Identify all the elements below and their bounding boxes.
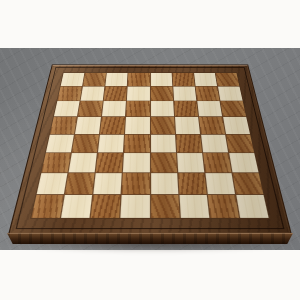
square-c3 xyxy=(96,153,123,172)
board-frame xyxy=(8,65,292,235)
square-a8 xyxy=(61,73,85,86)
square-e3 xyxy=(151,153,177,172)
square-h3 xyxy=(229,153,258,172)
chessboard xyxy=(34,18,266,250)
square-f1 xyxy=(179,195,209,218)
square-g7 xyxy=(195,87,219,101)
square-d6 xyxy=(126,101,149,116)
square-h4 xyxy=(226,134,254,152)
square-g1 xyxy=(208,195,239,218)
square-g8 xyxy=(194,73,217,86)
square-e5 xyxy=(150,117,174,133)
square-c6 xyxy=(102,101,126,116)
square-a3 xyxy=(42,153,71,172)
square-a1 xyxy=(31,195,63,218)
square-g3 xyxy=(203,153,231,172)
square-a4 xyxy=(46,134,74,152)
square-c7 xyxy=(104,87,127,101)
square-c8 xyxy=(106,73,128,86)
square-d4 xyxy=(124,134,149,152)
square-c5 xyxy=(100,117,125,133)
square-b2 xyxy=(65,173,95,194)
square-h2 xyxy=(232,173,263,194)
square-d8 xyxy=(128,73,150,86)
board-grid xyxy=(30,72,270,219)
square-e7 xyxy=(150,87,172,101)
board-front-edge xyxy=(7,233,293,244)
square-a6 xyxy=(54,101,80,116)
square-h1 xyxy=(236,195,268,218)
square-d5 xyxy=(125,117,149,133)
square-b4 xyxy=(72,134,99,152)
square-h6 xyxy=(220,101,246,116)
square-c4 xyxy=(98,134,124,152)
square-c1 xyxy=(91,195,121,218)
square-b7 xyxy=(81,87,105,101)
square-f3 xyxy=(177,153,204,172)
square-a5 xyxy=(50,117,77,133)
square-d2 xyxy=(122,173,149,194)
square-e2 xyxy=(151,173,178,194)
square-f4 xyxy=(176,134,202,152)
square-h5 xyxy=(223,117,250,133)
square-g6 xyxy=(197,101,222,116)
square-e4 xyxy=(151,134,176,152)
square-f8 xyxy=(172,73,194,86)
square-d3 xyxy=(123,153,149,172)
product-photo-scene xyxy=(0,0,300,300)
square-e6 xyxy=(150,101,173,116)
square-f7 xyxy=(173,87,196,101)
square-d7 xyxy=(127,87,149,101)
square-f6 xyxy=(174,101,198,116)
square-a2 xyxy=(37,173,68,194)
square-a7 xyxy=(57,87,82,101)
square-c2 xyxy=(94,173,123,194)
square-e8 xyxy=(150,73,172,86)
square-h7 xyxy=(218,87,243,101)
square-g2 xyxy=(205,173,235,194)
square-e1 xyxy=(151,195,180,218)
square-d1 xyxy=(121,195,150,218)
square-g5 xyxy=(199,117,225,133)
square-b5 xyxy=(75,117,101,133)
square-b3 xyxy=(69,153,97,172)
square-b8 xyxy=(83,73,106,86)
square-b6 xyxy=(78,101,103,116)
square-h8 xyxy=(216,73,240,86)
square-g4 xyxy=(201,134,228,152)
square-b1 xyxy=(61,195,92,218)
square-f5 xyxy=(175,117,200,133)
square-f2 xyxy=(178,173,207,194)
